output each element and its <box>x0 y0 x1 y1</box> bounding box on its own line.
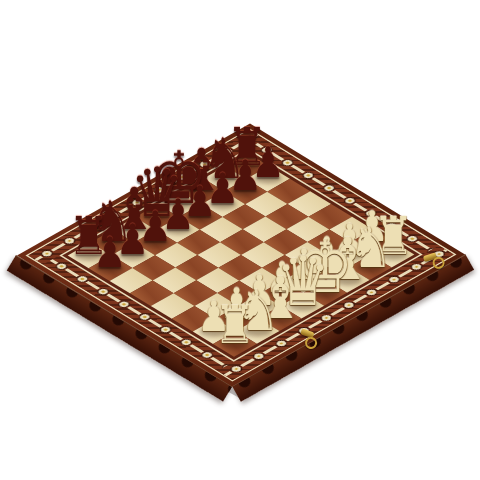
board-outer-rim: ♜♞♝♛♚♝♞♜♟♟♟♟♟♟♟♟♟♟♟♟♟♟♟♟♜♞♝♛♚♝♞♜ <box>17 123 465 386</box>
outer-inlay-line: ♜♞♝♛♚♝♞♜♟♟♟♟♟♟♟♟♟♟♟♟♟♟♟♟♜♞♝♛♚♝♞♜ <box>25 128 456 381</box>
piece-white-rook-a1[interactable]: ♜ <box>182 299 288 351</box>
square-a1[interactable]: ♜ <box>213 331 256 356</box>
rosette-border-band: ♜♞♝♛♚♝♞♜♟♟♟♟♟♟♟♟♟♟♟♟♟♟♟♟♜♞♝♛♚♝♞♜ <box>28 130 453 380</box>
chess-set-photo: ♜♞♝♛♚♝♞♜♟♟♟♟♟♟♟♟♟♟♟♟♟♟♟♟♜♞♝♛♚♝♞♜ <box>0 0 480 480</box>
